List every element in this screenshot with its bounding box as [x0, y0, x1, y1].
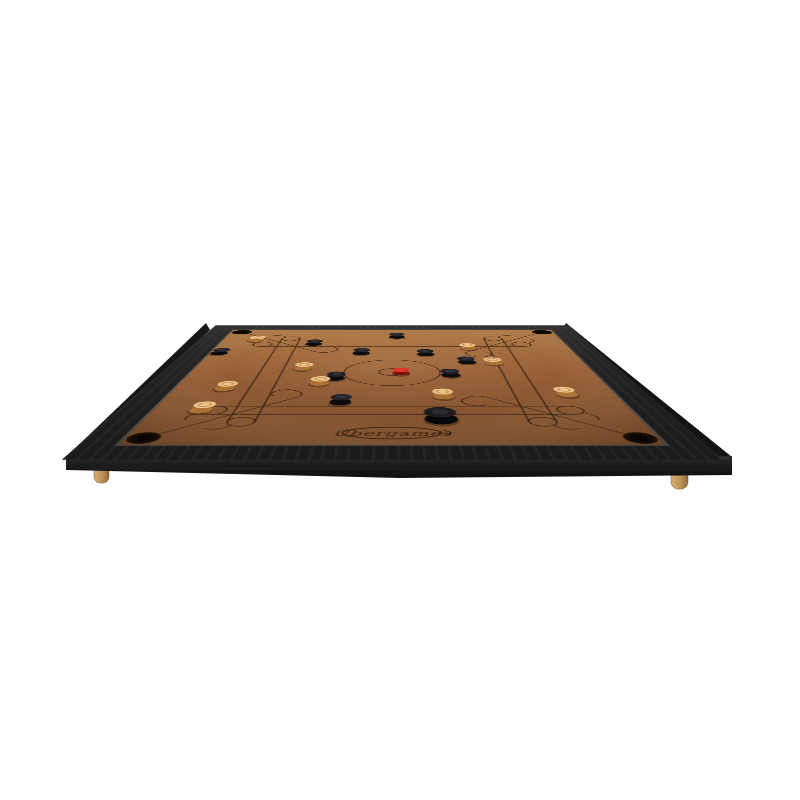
carrom-product-photo: Übergames	[0, 0, 800, 800]
board-logo: Übergames	[331, 427, 455, 439]
carrom-piece-black[interactable]	[416, 349, 436, 357]
carrom-piece-black[interactable]	[351, 348, 371, 356]
carrom-piece-queen[interactable]	[392, 368, 411, 377]
piece-sheen	[393, 333, 401, 335]
surface-vignette	[117, 330, 668, 446]
board-logo-text: Übergames	[331, 429, 455, 438]
carrom-piece-black[interactable]	[388, 333, 405, 340]
